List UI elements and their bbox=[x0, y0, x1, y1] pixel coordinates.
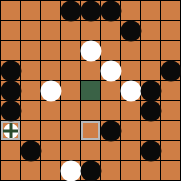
cell-r8c4[interactable] bbox=[81, 161, 100, 180]
cell-r0c4[interactable] bbox=[81, 1, 100, 20]
cell-r2c2[interactable] bbox=[41, 41, 60, 60]
cell-r7c8[interactable] bbox=[161, 141, 180, 160]
cell-r8c7[interactable] bbox=[141, 161, 160, 180]
cell-r4c2[interactable] bbox=[41, 81, 60, 100]
cell-r6c2[interactable] bbox=[41, 121, 60, 140]
cell-r5c8[interactable] bbox=[161, 101, 180, 120]
cell-r7c1[interactable] bbox=[21, 141, 40, 160]
cell-r4c5[interactable] bbox=[101, 81, 120, 100]
black-stone bbox=[140, 140, 161, 161]
cell-r7c5[interactable] bbox=[101, 141, 120, 160]
cell-r2c0[interactable] bbox=[1, 41, 20, 60]
cell-r3c8[interactable] bbox=[161, 61, 180, 80]
cell-r3c0[interactable] bbox=[1, 61, 20, 80]
cell-r2c7[interactable] bbox=[141, 41, 160, 60]
cross-marker-vertical bbox=[9, 123, 12, 138]
cell-r6c8[interactable] bbox=[161, 121, 180, 140]
cross-marker-horizontal bbox=[3, 129, 18, 132]
black-stone bbox=[0, 80, 21, 101]
black-stone bbox=[140, 80, 161, 101]
white-stone bbox=[80, 40, 101, 61]
cell-r2c6[interactable] bbox=[121, 41, 140, 60]
cell-r4c6[interactable] bbox=[121, 81, 140, 100]
cell-r8c6[interactable] bbox=[121, 161, 140, 180]
cell-r1c0[interactable] bbox=[1, 21, 20, 40]
cell-r4c1[interactable] bbox=[21, 81, 40, 100]
cell-r7c3[interactable] bbox=[61, 141, 80, 160]
cell-r3c4[interactable] bbox=[81, 61, 100, 80]
cell-r1c6[interactable] bbox=[121, 21, 140, 40]
cell-r5c5[interactable] bbox=[101, 101, 120, 120]
cell-r8c5[interactable] bbox=[101, 161, 120, 180]
black-stone bbox=[160, 60, 181, 81]
white-stone bbox=[120, 80, 141, 101]
cell-r6c1[interactable] bbox=[21, 121, 40, 140]
cell-r5c7[interactable] bbox=[141, 101, 160, 120]
black-stone bbox=[100, 0, 121, 21]
marked-white-stone-cell-r6c0[interactable] bbox=[1, 121, 20, 140]
black-stone bbox=[140, 100, 161, 121]
cell-r6c7[interactable] bbox=[141, 121, 160, 140]
cell-r8c8[interactable] bbox=[161, 161, 180, 180]
cell-r3c7[interactable] bbox=[141, 61, 160, 80]
cell-r8c1[interactable] bbox=[21, 161, 40, 180]
cell-r7c6[interactable] bbox=[121, 141, 140, 160]
cell-r2c3[interactable] bbox=[61, 41, 80, 60]
cell-r3c5[interactable] bbox=[101, 61, 120, 80]
cell-r0c5[interactable] bbox=[101, 1, 120, 20]
cell-r8c3[interactable] bbox=[61, 161, 80, 180]
cell-r5c2[interactable] bbox=[41, 101, 60, 120]
black-stone bbox=[0, 60, 21, 81]
cell-r5c1[interactable] bbox=[21, 101, 40, 120]
white-stone bbox=[60, 160, 81, 181]
black-stone bbox=[80, 160, 101, 181]
cell-r4c8[interactable] bbox=[161, 81, 180, 100]
cell-r4c3[interactable] bbox=[61, 81, 80, 100]
marked-white-stone bbox=[3, 123, 18, 138]
cell-r1c2[interactable] bbox=[41, 21, 60, 40]
cell-r0c3[interactable] bbox=[61, 1, 80, 20]
cell-r0c2[interactable] bbox=[41, 1, 60, 20]
cell-r1c4[interactable] bbox=[81, 21, 100, 40]
cell-r5c6[interactable] bbox=[121, 101, 140, 120]
game-board bbox=[0, 0, 181, 181]
cell-r3c6[interactable] bbox=[121, 61, 140, 80]
highlight-frame-cell-r6c4[interactable] bbox=[81, 121, 100, 140]
cell-r6c3[interactable] bbox=[61, 121, 80, 140]
white-stone bbox=[100, 60, 121, 81]
cell-r4c7[interactable] bbox=[141, 81, 160, 100]
cell-r3c3[interactable] bbox=[61, 61, 80, 80]
cell-r7c4[interactable] bbox=[81, 141, 100, 160]
black-stone bbox=[120, 20, 141, 41]
black-stone bbox=[80, 0, 101, 21]
cell-r2c5[interactable] bbox=[101, 41, 120, 60]
cell-r7c7[interactable] bbox=[141, 141, 160, 160]
cell-r8c0[interactable] bbox=[1, 161, 20, 180]
cell-r8c2[interactable] bbox=[41, 161, 60, 180]
cell-r0c1[interactable] bbox=[21, 1, 40, 20]
cell-r1c1[interactable] bbox=[21, 21, 40, 40]
cell-r6c5[interactable] bbox=[101, 121, 120, 140]
green-target-cell-r4c4[interactable] bbox=[81, 81, 100, 100]
cell-r5c0[interactable] bbox=[1, 101, 20, 120]
cell-r2c4[interactable] bbox=[81, 41, 100, 60]
cell-r3c1[interactable] bbox=[21, 61, 40, 80]
cell-r2c1[interactable] bbox=[21, 41, 40, 60]
cell-r0c7[interactable] bbox=[141, 1, 160, 20]
cell-r6c6[interactable] bbox=[121, 121, 140, 140]
cell-r1c5[interactable] bbox=[101, 21, 120, 40]
cell-r1c8[interactable] bbox=[161, 21, 180, 40]
black-stone bbox=[0, 100, 21, 121]
black-stone bbox=[100, 120, 121, 141]
black-stone bbox=[20, 140, 41, 161]
cell-r0c0[interactable] bbox=[1, 1, 20, 20]
cell-r0c8[interactable] bbox=[161, 1, 180, 20]
cell-r1c3[interactable] bbox=[61, 21, 80, 40]
cell-r3c2[interactable] bbox=[41, 61, 60, 80]
white-stone bbox=[40, 80, 61, 101]
cell-r7c0[interactable] bbox=[1, 141, 20, 160]
cell-r7c2[interactable] bbox=[41, 141, 60, 160]
cell-r1c7[interactable] bbox=[141, 21, 160, 40]
cell-r5c4[interactable] bbox=[81, 101, 100, 120]
cell-r0c6[interactable] bbox=[121, 1, 140, 20]
cell-r5c3[interactable] bbox=[61, 101, 80, 120]
black-stone bbox=[60, 0, 81, 21]
cell-r4c0[interactable] bbox=[1, 81, 20, 100]
cell-r2c8[interactable] bbox=[161, 41, 180, 60]
